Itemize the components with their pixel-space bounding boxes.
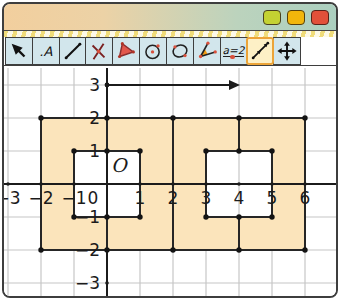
svg-text:−3: −3 [4, 188, 21, 208]
striped-ribbon [4, 30, 336, 37]
svg-text:−1: −1 [75, 207, 100, 227]
tool-polygon[interactable] [112, 37, 140, 65]
tool-segment[interactable] [59, 37, 87, 65]
svg-text:4: 4 [234, 188, 245, 208]
titlebar-green-button[interactable] [263, 10, 281, 25]
circle-icon [142, 40, 164, 62]
titlebar [4, 4, 336, 30]
tool-circle[interactable] [139, 37, 167, 65]
titlebar-red-button[interactable] [311, 10, 329, 25]
tool-angle[interactable] [193, 37, 221, 65]
circle-through-points-icon [169, 40, 191, 62]
angle-icon [196, 40, 218, 62]
app-window: .A [2, 2, 338, 298]
svg-text:O: O [111, 154, 129, 176]
svg-text:−3: −3 [75, 273, 100, 293]
tool-circle-through-points[interactable] [166, 37, 194, 65]
segment-icon [62, 40, 84, 62]
tool-move[interactable] [273, 37, 301, 65]
tool-select[interactable] [5, 37, 33, 65]
move-icon [276, 40, 298, 62]
svg-text:1: 1 [135, 188, 146, 208]
svg-text:6: 6 [300, 188, 311, 208]
select-icon [8, 40, 30, 62]
polygon-icon [115, 40, 137, 62]
svg-text:−1: −1 [61, 188, 86, 208]
svg-text:3: 3 [201, 188, 212, 208]
svg-text:2: 2 [168, 188, 179, 208]
titlebar-amber-button[interactable] [287, 10, 305, 25]
coordinate-plane[interactable]: −3−2−10123456321−1−2−3O [4, 68, 336, 297]
svg-text:0: 0 [88, 188, 99, 208]
toolbar: .A [4, 37, 336, 66]
tool-vector[interactable] [246, 37, 274, 65]
tool-intersect[interactable] [85, 37, 113, 65]
intersect-icon [88, 40, 110, 62]
svg-text:−2: −2 [75, 240, 100, 260]
svg-text:1: 1 [89, 141, 100, 161]
svg-text:−2: −2 [28, 188, 53, 208]
tool-measure[interactable]: a=2 [220, 37, 248, 65]
measure-icon: a=2 [223, 45, 245, 58]
svg-text:2: 2 [89, 108, 100, 128]
svg-text:3: 3 [89, 75, 100, 95]
titlebar-buttons [263, 10, 329, 25]
point-label-icon: .A [39, 45, 52, 58]
tool-point-label[interactable]: .A [32, 37, 60, 65]
vector-icon [249, 40, 271, 62]
svg-text:5: 5 [267, 188, 278, 208]
